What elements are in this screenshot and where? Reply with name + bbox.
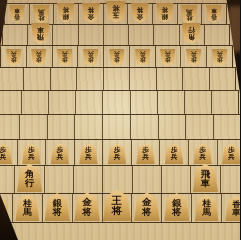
piece-kanji: 金 — [88, 13, 95, 19]
piece-kanji: 将 — [172, 207, 181, 216]
square[interactable]: 角行 — [180, 25, 205, 45]
square[interactable]: 香車 — [222, 194, 240, 222]
shogi-piece-silver-gote[interactable]: 銀将 — [57, 3, 75, 23]
shogi-piece-gold-gote[interactable]: 金将 — [131, 3, 149, 23]
square[interactable] — [183, 68, 209, 90]
board-row-4 — [0, 67, 236, 90]
square[interactable] — [20, 115, 48, 139]
shogi-piece-king-gote[interactable]: 玉将 — [106, 1, 126, 23]
square[interactable]: 角行 — [15, 166, 44, 193]
square[interactable]: 歩兵 — [130, 46, 156, 67]
square[interactable] — [3, 25, 28, 45]
piece-kanji: 兵 — [28, 154, 35, 161]
square[interactable]: 銀将 — [54, 4, 79, 24]
square[interactable]: 桂馬 — [30, 4, 55, 24]
square[interactable] — [74, 166, 103, 193]
piece-kanji: 兵 — [88, 52, 94, 58]
piece-kanji: 車 — [37, 27, 44, 34]
shogi-piece-pawn-gote[interactable]: 歩兵 — [212, 49, 228, 66]
square[interactable]: 飛車 — [191, 166, 220, 193]
square[interactable] — [185, 91, 212, 114]
shogi-piece-pawn-sente[interactable]: 歩兵 — [222, 144, 240, 164]
square[interactable] — [0, 91, 22, 114]
piece-kanji: 歩 — [139, 58, 145, 64]
square[interactable]: 歩兵 — [104, 46, 130, 67]
square[interactable] — [79, 25, 104, 45]
piece-kanji: 将 — [112, 206, 122, 216]
square[interactable] — [210, 68, 235, 90]
square[interactable]: 桂馬 — [192, 194, 222, 222]
piece-kanji: 歩 — [62, 58, 68, 64]
piece-kanji: 行 — [25, 178, 34, 187]
square[interactable] — [129, 25, 154, 45]
square[interactable] — [130, 68, 156, 90]
square[interactable]: 歩兵 — [189, 140, 218, 165]
square[interactable]: 歩兵 — [75, 140, 104, 165]
shogi-piece-gold-gote[interactable]: 金将 — [82, 3, 100, 23]
piece-kanji: 車 — [14, 8, 20, 14]
square[interactable] — [162, 166, 191, 193]
shogi-piece-lance-gote[interactable]: 香車 — [9, 5, 25, 23]
shogi-piece-pawn-sente[interactable]: 歩兵 — [79, 144, 97, 164]
piece-kanji: 馬 — [202, 208, 211, 217]
piece-kanji: 飛 — [37, 34, 44, 41]
piece-kanji: 歩 — [10, 58, 16, 64]
shogi-piece-silver-sente[interactable]: 銀将 — [45, 193, 70, 221]
shogi-board: 香車桂馬銀将金将玉将金将銀将桂馬香車飛車角行歩兵歩兵歩兵歩兵歩兵歩兵歩兵歩兵歩兵… — [0, 0, 240, 240]
square[interactable]: 歩兵 — [18, 140, 47, 165]
shogi-piece-knight-sente[interactable]: 桂馬 — [195, 195, 219, 222]
piece-kanji: 兵 — [114, 52, 120, 58]
piece-kanji: 兵 — [142, 154, 149, 161]
board-row-3: 歩兵歩兵歩兵歩兵歩兵歩兵歩兵歩兵歩兵 — [0, 45, 233, 67]
piece-kanji: 車 — [201, 178, 210, 187]
shogi-piece-lance-gote[interactable]: 香車 — [206, 5, 222, 23]
square[interactable]: 金将 — [128, 4, 153, 24]
square[interactable] — [133, 166, 162, 193]
square[interactable]: 桂馬 — [13, 194, 43, 222]
square[interactable]: 歩兵 — [218, 140, 241, 165]
shogi-piece-rook-gote[interactable]: 飛車 — [31, 23, 50, 44]
piece-kanji: 歩 — [36, 58, 42, 64]
square[interactable] — [131, 91, 158, 114]
piece-kanji: 銀 — [63, 13, 70, 19]
board-row-7: 歩兵歩兵歩兵歩兵歩兵歩兵歩兵歩兵歩兵 — [0, 139, 240, 165]
square[interactable]: 香車 — [5, 4, 30, 24]
piece-kanji: 将 — [63, 7, 70, 13]
piece-kanji: 銀 — [162, 13, 169, 19]
board-row-1: 香車桂馬銀将金将玉将金将銀将桂馬香車 — [4, 3, 227, 24]
piece-kanji: 兵 — [199, 154, 206, 161]
shogi-piece-knight-sente[interactable]: 桂馬 — [15, 195, 39, 222]
shogi-piece-lance-sente[interactable]: 香車 — [225, 196, 240, 221]
square[interactable] — [0, 166, 15, 193]
piece-kanji: 歩 — [191, 58, 197, 64]
square[interactable] — [76, 91, 103, 114]
square[interactable] — [22, 91, 49, 114]
piece-kanji: 将 — [112, 5, 119, 12]
photo-frame: 香車桂馬銀将金将玉将金将銀将桂馬香車飛車角行歩兵歩兵歩兵歩兵歩兵歩兵歩兵歩兵歩兵… — [0, 0, 240, 240]
shogi-piece-pawn-sente[interactable]: 歩兵 — [108, 144, 126, 164]
square[interactable]: 銀将 — [162, 194, 192, 222]
square[interactable]: 王将 — [103, 194, 133, 222]
piece-kanji: 将 — [53, 207, 62, 216]
piece-kanji: 馬 — [186, 8, 192, 14]
piece-kanji: 将 — [82, 207, 92, 216]
square[interactable]: 金将 — [73, 194, 103, 222]
shogi-piece-pawn-gote[interactable]: 歩兵 — [135, 49, 151, 66]
square[interactable]: 飛車 — [28, 25, 53, 45]
shogi-piece-pawn-sente[interactable]: 歩兵 — [136, 144, 154, 164]
square[interactable] — [48, 115, 76, 139]
square[interactable]: 歩兵 — [156, 46, 182, 67]
square[interactable]: 歩兵 — [132, 140, 161, 165]
piece-kanji: 将 — [162, 7, 169, 13]
square[interactable]: 歩兵 — [27, 46, 53, 67]
square[interactable] — [157, 68, 183, 90]
square[interactable] — [186, 115, 214, 139]
shogi-piece-king-sente[interactable]: 王将 — [103, 190, 131, 221]
piece-kanji: 将 — [88, 6, 95, 12]
square[interactable] — [103, 115, 131, 139]
square[interactable] — [154, 25, 179, 45]
square[interactable]: 歩兵 — [78, 46, 104, 67]
piece-kanji: 兵 — [191, 52, 197, 58]
square[interactable]: 銀将 — [43, 194, 73, 222]
shogi-piece-pawn-sente[interactable]: 歩兵 — [165, 144, 183, 164]
square[interactable]: 歩兵 — [160, 140, 189, 165]
piece-kanji: 車 — [211, 8, 217, 14]
piece-kanji: 歩 — [165, 58, 171, 64]
square[interactable] — [103, 166, 132, 193]
square[interactable]: 歩兵 — [46, 140, 75, 165]
piece-kanji: 歩 — [114, 58, 120, 64]
square[interactable] — [53, 25, 78, 45]
square[interactable]: 歩兵 — [103, 140, 132, 165]
shogi-piece-rook-sente[interactable]: 飛車 — [193, 164, 218, 192]
square[interactable]: 桂馬 — [178, 4, 203, 24]
piece-kanji: 兵 — [217, 52, 223, 58]
square[interactable] — [104, 68, 130, 90]
shogi-piece-gold-sente[interactable]: 金将 — [134, 193, 160, 222]
piece-kanji: 車 — [232, 209, 240, 217]
piece-kanji: 金 — [82, 197, 92, 206]
square[interactable]: 歩兵 — [1, 46, 27, 67]
board-row-6 — [0, 114, 240, 139]
piece-kanji: 兵 — [139, 52, 145, 58]
square[interactable] — [214, 115, 240, 139]
piece-kanji: 将 — [142, 207, 152, 216]
piece-kanji: 歩 — [217, 58, 223, 64]
square[interactable]: 金将 — [79, 4, 104, 24]
shogi-piece-pawn-sente[interactable]: 歩兵 — [22, 144, 40, 164]
square[interactable]: 金将 — [132, 194, 162, 222]
piece-kanji: 金 — [142, 197, 152, 206]
piece-kanji: 金 — [137, 13, 144, 19]
shogi-piece-pawn-gote[interactable]: 歩兵 — [160, 49, 176, 66]
square[interactable]: 歩兵 — [207, 46, 232, 67]
shogi-piece-pawn-sente[interactable]: 歩兵 — [0, 144, 12, 164]
shogi-piece-bishop-gote[interactable]: 角行 — [182, 23, 201, 44]
square[interactable] — [0, 115, 20, 139]
shogi-piece-pawn-sente[interactable]: 歩兵 — [51, 144, 69, 164]
piece-kanji: 兵 — [171, 154, 178, 161]
piece-kanji: 兵 — [62, 52, 68, 58]
piece-kanji: 馬 — [38, 8, 44, 14]
piece-kanji: 歩 — [88, 58, 94, 64]
square[interactable] — [103, 91, 130, 114]
square[interactable] — [158, 91, 185, 114]
shogi-piece-pawn-gote[interactable]: 歩兵 — [83, 49, 99, 66]
shogi-piece-pawn-gote[interactable]: 歩兵 — [57, 49, 73, 66]
square[interactable] — [24, 68, 50, 90]
square[interactable] — [0, 68, 24, 90]
piece-kanji: 角 — [188, 34, 195, 41]
square[interactable] — [51, 68, 77, 90]
piece-kanji: 兵 — [57, 154, 64, 161]
square[interactable] — [212, 91, 238, 114]
square[interactable]: 玉将 — [104, 4, 129, 24]
square[interactable] — [75, 115, 103, 139]
shogi-piece-pawn-gote[interactable]: 歩兵 — [31, 49, 47, 66]
piece-kanji: 将 — [137, 6, 144, 12]
square[interactable] — [77, 68, 103, 90]
shogi-piece-silver-sente[interactable]: 銀将 — [164, 193, 189, 221]
square[interactable] — [131, 115, 159, 139]
square[interactable] — [205, 25, 229, 45]
shogi-piece-pawn-gote[interactable]: 歩兵 — [6, 49, 22, 66]
shogi-piece-gold-sente[interactable]: 金将 — [74, 193, 100, 222]
square[interactable] — [159, 115, 187, 139]
square[interactable]: 香車 — [202, 4, 226, 24]
square[interactable]: 歩兵 — [181, 46, 207, 67]
shogi-piece-pawn-gote[interactable]: 歩兵 — [109, 49, 125, 66]
piece-kanji: 玉 — [112, 12, 119, 19]
shogi-piece-knight-gote[interactable]: 桂馬 — [181, 5, 198, 24]
piece-kanji: 行 — [188, 27, 195, 34]
piece-kanji: 兵 — [228, 154, 235, 161]
piece-kanji: 馬 — [23, 208, 32, 217]
piece-kanji: 兵 — [36, 52, 42, 58]
shogi-piece-pawn-gote[interactable]: 歩兵 — [186, 49, 202, 66]
shogi-piece-pawn-sente[interactable]: 歩兵 — [194, 144, 212, 164]
piece-kanji: 兵 — [10, 52, 16, 58]
board-row-2: 飛車角行 — [2, 24, 230, 45]
square[interactable]: 歩兵 — [0, 140, 18, 165]
board-row-5 — [0, 90, 239, 114]
square[interactable] — [45, 166, 74, 193]
square[interactable]: 歩兵 — [53, 46, 79, 67]
square[interactable]: 銀将 — [153, 4, 178, 24]
shogi-piece-knight-gote[interactable]: 桂馬 — [33, 5, 50, 24]
board-row-8: 角行飛車 — [0, 165, 240, 193]
square[interactable] — [49, 91, 76, 114]
board-row-9: 香車桂馬銀将金将王将金将銀将桂馬香車 — [0, 193, 240, 223]
piece-kanji: 兵 — [165, 52, 171, 58]
piece-kanji: 兵 — [85, 154, 92, 161]
shogi-piece-bishop-sente[interactable]: 角行 — [17, 164, 42, 192]
shogi-piece-silver-gote[interactable]: 銀将 — [156, 3, 174, 23]
piece-kanji: 兵 — [114, 154, 121, 161]
piece-kanji: 兵 — [0, 154, 6, 161]
square[interactable] — [221, 166, 240, 193]
piece-kanji: 香 — [14, 14, 20, 20]
board-grid: 香車桂馬銀将金将玉将金将銀将桂馬香車飛車角行歩兵歩兵歩兵歩兵歩兵歩兵歩兵歩兵歩兵… — [0, 0, 240, 240]
piece-kanji: 香 — [211, 14, 217, 20]
square[interactable] — [104, 25, 129, 45]
